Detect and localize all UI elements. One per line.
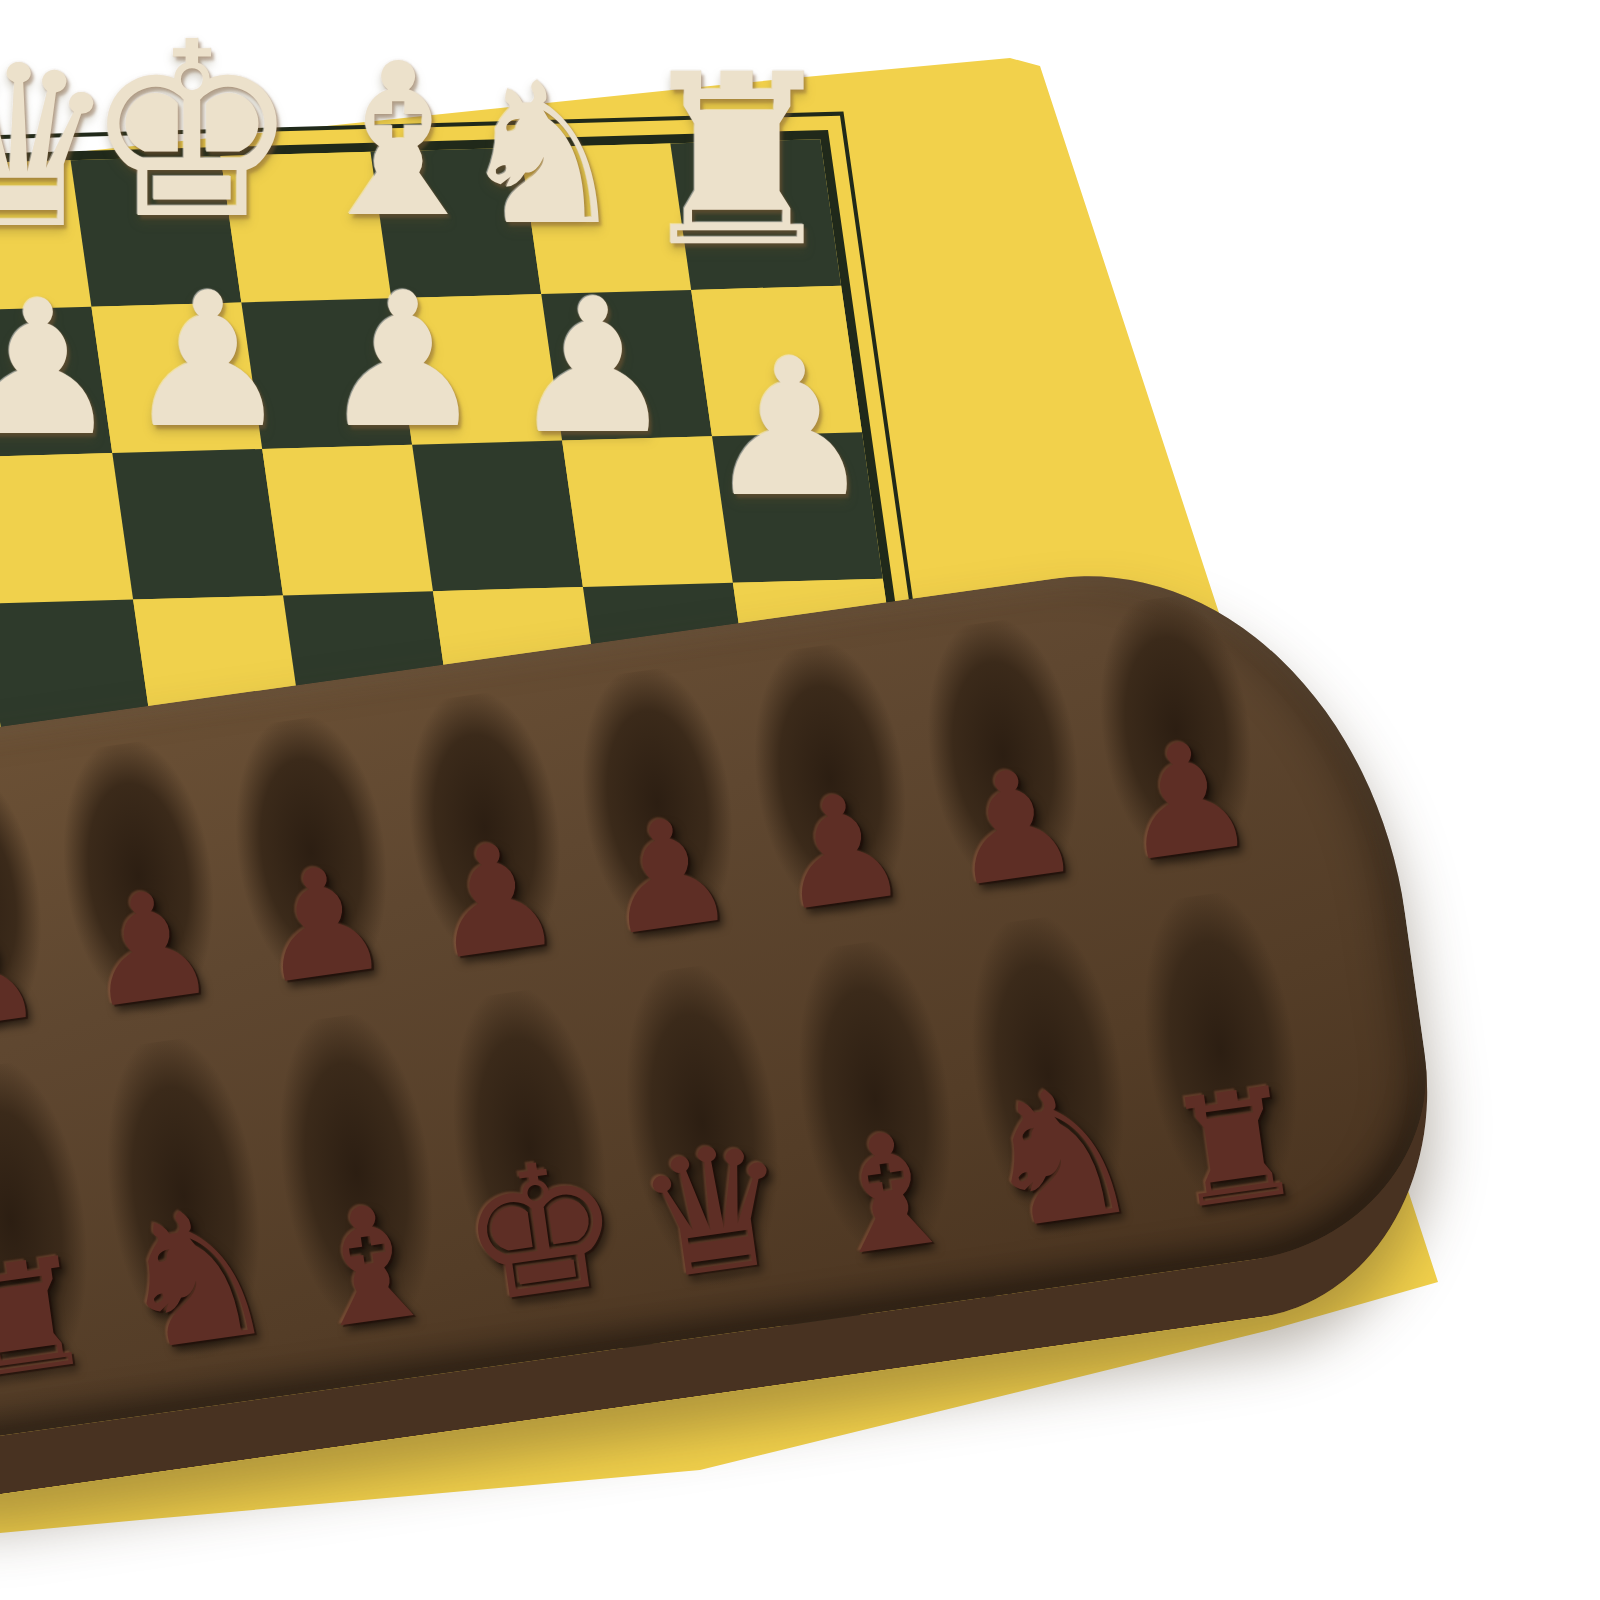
black-pawn-piece[interactable]: ♟ xyxy=(418,817,570,982)
black-pawn-piece[interactable]: ♟ xyxy=(1108,716,1264,885)
tray-recess-r0-c4[interactable]: ♟ xyxy=(558,660,759,970)
piece-tray-grid: ♟♟♟♟♟♟♟♟♜♞♝♚♛♝♞♜ xyxy=(0,587,1326,1404)
black-pawn-piece[interactable]: ♟ xyxy=(764,768,916,933)
tray-recess-r0-c6[interactable]: ♟ xyxy=(904,611,1105,921)
tray-recess-r0-c2[interactable]: ♟ xyxy=(212,709,413,1019)
square-f7[interactable] xyxy=(391,294,562,445)
black-rook-piece[interactable]: ♜ xyxy=(0,1235,101,1402)
black-queen-piece[interactable]: ♛ xyxy=(627,1116,802,1306)
chess-set-product-photo: ♛♚♝♞♜♟♟♟♟♟ ♟♟♟♟♟♟♟♟♜♞♝♚♛♝♞♜ xyxy=(0,0,1600,1600)
black-pawn-piece[interactable]: ♟ xyxy=(0,890,52,1055)
tray-recess-r1-c3[interactable]: ♚ xyxy=(427,981,635,1341)
tray-recess-r0-c7[interactable]: ♟ xyxy=(1077,587,1278,897)
black-bishop-piece[interactable]: ♝ xyxy=(807,1105,969,1281)
black-rook-piece[interactable]: ♜ xyxy=(1158,1064,1312,1231)
square-d6[interactable] xyxy=(112,449,283,600)
black-pawn-piece[interactable]: ♟ xyxy=(245,841,397,1006)
tray-recess-r1-c2[interactable]: ♝ xyxy=(254,1006,462,1366)
square-f8[interactable] xyxy=(370,148,541,299)
square-h6[interactable] xyxy=(712,432,883,583)
square-g6[interactable] xyxy=(562,436,733,587)
black-pawn-piece[interactable]: ♟ xyxy=(73,866,225,1031)
black-knight-piece[interactable]: ♞ xyxy=(103,1179,288,1380)
square-f6[interactable] xyxy=(412,441,583,592)
tray-recess-r1-c1[interactable]: ♞ xyxy=(81,1030,289,1390)
square-h8[interactable] xyxy=(670,139,841,290)
black-pawn-piece[interactable]: ♟ xyxy=(937,744,1089,909)
tray-recess-r1-c5[interactable]: ♝ xyxy=(773,933,981,1293)
square-e8[interactable] xyxy=(221,152,392,303)
black-bishop-piece[interactable]: ♝ xyxy=(288,1178,450,1354)
square-e7[interactable] xyxy=(241,298,412,449)
tray-recess-r0-c3[interactable]: ♟ xyxy=(385,684,586,994)
square-g7[interactable] xyxy=(541,290,712,441)
tray-recess-r0-c1[interactable]: ♟ xyxy=(39,733,240,1043)
black-knight-piece[interactable]: ♞ xyxy=(967,1057,1152,1258)
square-c6[interactable] xyxy=(0,453,133,604)
tray-recess-r1-c7[interactable]: ♜ xyxy=(1119,884,1327,1244)
tray-recess-r0-c5[interactable]: ♟ xyxy=(731,636,932,946)
black-pawn-piece[interactable]: ♟ xyxy=(591,793,743,958)
tray-recess-r1-c6[interactable]: ♞ xyxy=(946,908,1154,1268)
black-king-piece[interactable]: ♚ xyxy=(450,1132,633,1330)
square-e6[interactable] xyxy=(262,445,433,596)
square-d7[interactable] xyxy=(91,302,262,453)
square-g8[interactable] xyxy=(520,143,691,294)
square-d8[interactable] xyxy=(71,156,242,307)
tray-recess-r1-c4[interactable]: ♛ xyxy=(600,957,808,1317)
square-h7[interactable] xyxy=(691,286,862,437)
